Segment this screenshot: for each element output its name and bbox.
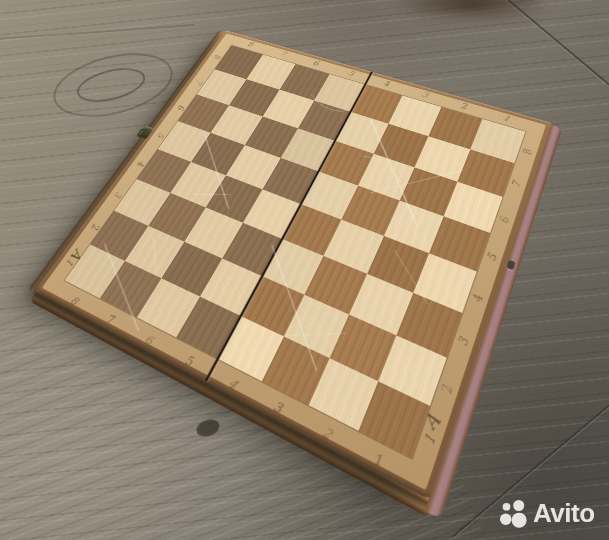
avito-watermark: Avito [498, 498, 595, 529]
avito-logo-icon [498, 499, 528, 529]
avito-brand-text: Avito [533, 498, 595, 529]
blurred-object [392, 0, 552, 22]
scene: 87654321876543218765432187654321АА Avito [0, 0, 609, 540]
